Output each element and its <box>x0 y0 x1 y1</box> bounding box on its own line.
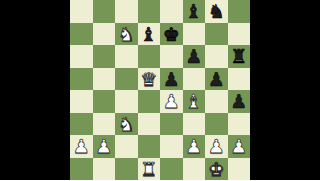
square-c3[interactable]: ♞ <box>115 113 138 136</box>
square-g7[interactable] <box>205 23 228 46</box>
white-pawn-icon[interactable]: ♟ <box>208 135 225 158</box>
square-a2[interactable]: ♟ <box>70 135 93 158</box>
square-d5[interactable]: ♛ <box>138 68 161 91</box>
square-f6[interactable]: ♟ <box>183 45 206 68</box>
square-f8[interactable]: ♝ <box>183 0 206 23</box>
black-pawn-icon[interactable]: ♟ <box>185 45 202 68</box>
square-g3[interactable] <box>205 113 228 136</box>
square-h8[interactable] <box>228 0 251 23</box>
black-rook-icon[interactable]: ♜ <box>230 45 247 68</box>
white-rook-icon[interactable]: ♜ <box>140 157 157 180</box>
square-b6[interactable] <box>93 45 116 68</box>
white-knight-icon[interactable]: ♞ <box>118 22 135 45</box>
square-f3[interactable] <box>183 113 206 136</box>
square-h5[interactable] <box>228 68 251 91</box>
square-b2[interactable]: ♟ <box>93 135 116 158</box>
white-king-icon[interactable]: ♚ <box>208 157 225 180</box>
square-g5[interactable]: ♟ <box>205 68 228 91</box>
square-b5[interactable] <box>93 68 116 91</box>
white-pawn-icon[interactable]: ♟ <box>230 135 247 158</box>
square-e6[interactable] <box>160 45 183 68</box>
square-b3[interactable] <box>93 113 116 136</box>
white-bishop-icon[interactable]: ♝ <box>185 90 202 113</box>
square-e7[interactable]: ♚ <box>160 23 183 46</box>
square-a6[interactable] <box>70 45 93 68</box>
square-h2[interactable]: ♟ <box>228 135 251 158</box>
square-h6[interactable]: ♜ <box>228 45 251 68</box>
black-pawn-icon[interactable]: ♟ <box>230 90 247 113</box>
black-king-icon[interactable]: ♚ <box>163 22 180 45</box>
square-f1[interactable] <box>183 158 206 181</box>
white-knight-icon[interactable]: ♞ <box>118 112 135 135</box>
square-g6[interactable] <box>205 45 228 68</box>
square-f7[interactable] <box>183 23 206 46</box>
square-f5[interactable] <box>183 68 206 91</box>
square-a5[interactable] <box>70 68 93 91</box>
square-e5[interactable]: ♟ <box>160 68 183 91</box>
chess-board: ♝♞♞♝♚♟♜♛♟♟♟♝♟♞♟♟♟♟♟♜♚ <box>70 0 250 180</box>
square-c2[interactable] <box>115 135 138 158</box>
square-b1[interactable] <box>93 158 116 181</box>
square-f2[interactable]: ♟ <box>183 135 206 158</box>
square-e4[interactable]: ♟ <box>160 90 183 113</box>
black-bishop-icon[interactable]: ♝ <box>140 22 157 45</box>
square-d3[interactable] <box>138 113 161 136</box>
square-d7[interactable]: ♝ <box>138 23 161 46</box>
black-bishop-icon[interactable]: ♝ <box>185 0 202 22</box>
square-d6[interactable] <box>138 45 161 68</box>
square-e8[interactable] <box>160 0 183 23</box>
square-a1[interactable] <box>70 158 93 181</box>
square-g4[interactable] <box>205 90 228 113</box>
black-knight-icon[interactable]: ♞ <box>208 0 225 22</box>
square-h4[interactable]: ♟ <box>228 90 251 113</box>
white-pawn-icon[interactable]: ♟ <box>95 135 112 158</box>
square-g1[interactable]: ♚ <box>205 158 228 181</box>
black-pawn-icon[interactable]: ♟ <box>163 67 180 90</box>
square-d4[interactable] <box>138 90 161 113</box>
square-f4[interactable]: ♝ <box>183 90 206 113</box>
square-a8[interactable] <box>70 0 93 23</box>
square-e3[interactable] <box>160 113 183 136</box>
square-b4[interactable] <box>93 90 116 113</box>
square-d1[interactable]: ♜ <box>138 158 161 181</box>
square-e2[interactable] <box>160 135 183 158</box>
screenshot-canvas: ♝♞♞♝♚♟♜♛♟♟♟♝♟♞♟♟♟♟♟♜♚ <box>0 0 320 180</box>
square-a3[interactable] <box>70 113 93 136</box>
square-b7[interactable] <box>93 23 116 46</box>
square-e1[interactable] <box>160 158 183 181</box>
white-queen-icon[interactable]: ♛ <box>140 67 157 90</box>
square-c7[interactable]: ♞ <box>115 23 138 46</box>
white-pawn-icon[interactable]: ♟ <box>185 135 202 158</box>
square-c8[interactable] <box>115 0 138 23</box>
square-h7[interactable] <box>228 23 251 46</box>
square-g8[interactable]: ♞ <box>205 0 228 23</box>
square-h1[interactable] <box>228 158 251 181</box>
square-c4[interactable] <box>115 90 138 113</box>
square-a7[interactable] <box>70 23 93 46</box>
square-g2[interactable]: ♟ <box>205 135 228 158</box>
square-c6[interactable] <box>115 45 138 68</box>
white-pawn-icon[interactable]: ♟ <box>163 90 180 113</box>
square-b8[interactable] <box>93 0 116 23</box>
square-a4[interactable] <box>70 90 93 113</box>
square-h3[interactable] <box>228 113 251 136</box>
black-pawn-icon[interactable]: ♟ <box>208 67 225 90</box>
square-d8[interactable] <box>138 0 161 23</box>
white-pawn-icon[interactable]: ♟ <box>73 135 90 158</box>
square-c1[interactable] <box>115 158 138 181</box>
square-c5[interactable] <box>115 68 138 91</box>
square-d2[interactable] <box>138 135 161 158</box>
